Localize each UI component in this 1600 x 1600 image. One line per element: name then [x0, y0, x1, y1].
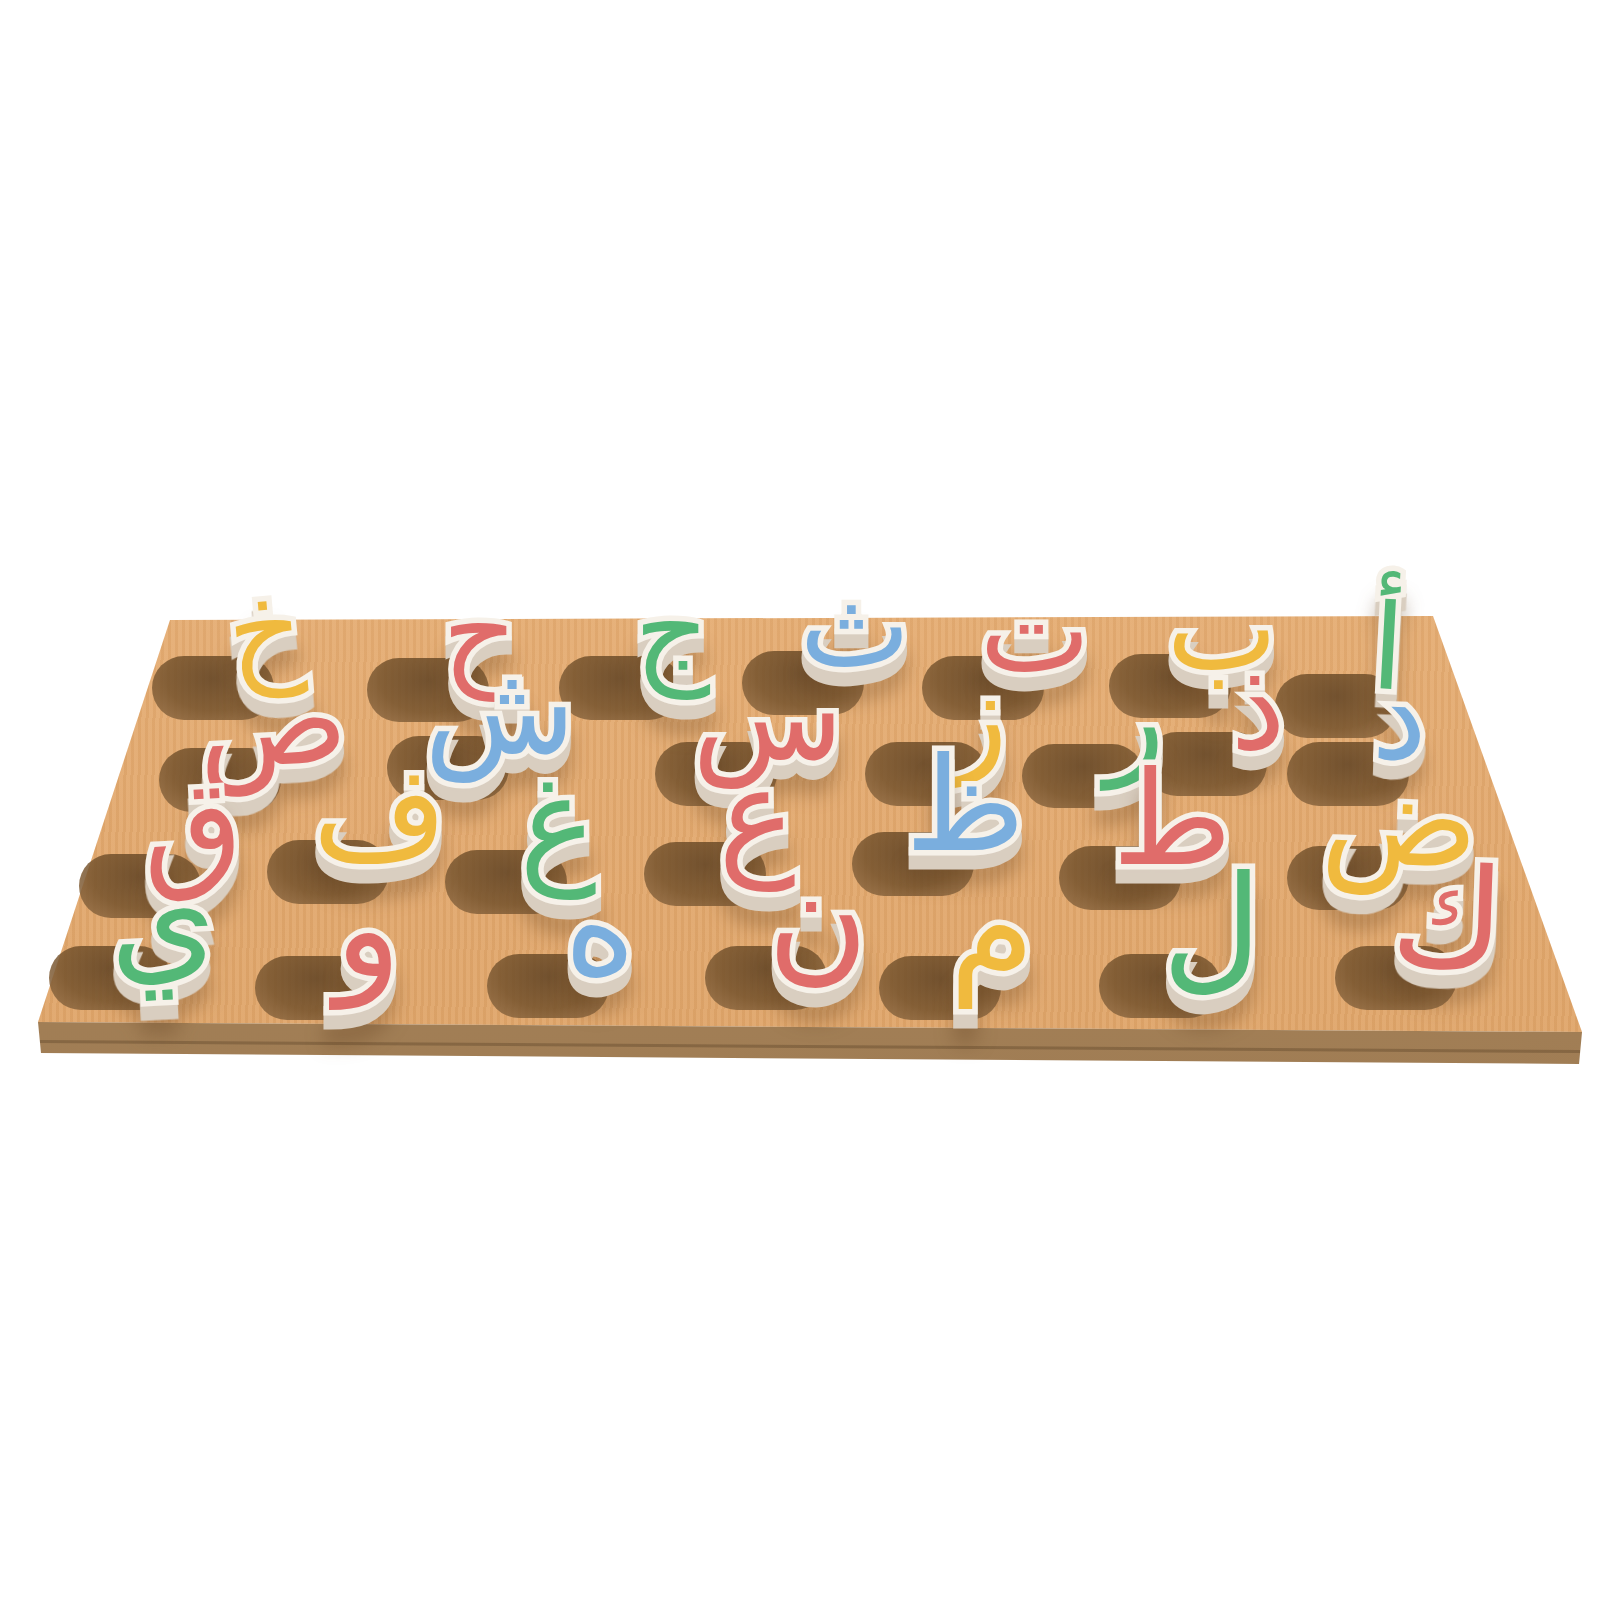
letter-glyph-mim: م: [949, 860, 1034, 998]
product-photo: خخخحححجججثثثتتتبببأأأصصصشششسسسزززرررذذذد…: [0, 0, 1600, 1600]
letter-glyph-waw: و: [335, 860, 402, 998]
letter-glyph-nun: ن: [767, 850, 868, 988]
letter-glyph-ya: ي: [104, 848, 219, 991]
letter-glyph-dhal: ذ: [1230, 644, 1285, 768]
letter-glyph-heh: ه: [564, 858, 636, 996]
letter-glyph-kaf: ك: [1389, 848, 1507, 990]
letter-glyph-lam: ل: [1162, 858, 1262, 996]
